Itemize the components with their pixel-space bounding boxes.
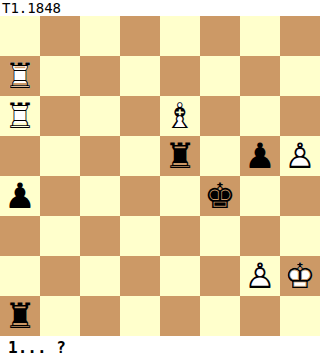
- square-e5[interactable]: ♜: [160, 136, 200, 176]
- white-rook-glyph: ♖: [0, 96, 40, 136]
- square-e7[interactable]: [160, 56, 200, 96]
- square-d2[interactable]: [120, 256, 160, 296]
- white-king-h2[interactable]: ♚♔: [280, 256, 320, 296]
- square-d5[interactable]: [120, 136, 160, 176]
- square-g4[interactable]: [240, 176, 280, 216]
- square-c3[interactable]: [80, 216, 120, 256]
- square-h3[interactable]: [280, 216, 320, 256]
- square-g2[interactable]: ♟♙: [240, 256, 280, 296]
- white-pawn-g2[interactable]: ♟♙: [240, 256, 280, 296]
- square-d7[interactable]: [120, 56, 160, 96]
- chess-board: ♜♖♜♖♝♗♜♟♟♙♟♚♟♙♚♔♜: [0, 16, 320, 336]
- square-f7[interactable]: [200, 56, 240, 96]
- square-f3[interactable]: [200, 216, 240, 256]
- square-h4[interactable]: [280, 176, 320, 216]
- black-pawn-g5[interactable]: ♟: [240, 136, 280, 176]
- black-king-f4[interactable]: ♚: [200, 176, 240, 216]
- square-g1[interactable]: [240, 296, 280, 336]
- square-f8[interactable]: [200, 16, 240, 56]
- white-rook-glyph: ♖: [0, 56, 40, 96]
- square-b8[interactable]: [40, 16, 80, 56]
- black-pawn-a4[interactable]: ♟: [0, 176, 40, 216]
- square-e4[interactable]: [160, 176, 200, 216]
- square-g3[interactable]: [240, 216, 280, 256]
- square-f6[interactable]: [200, 96, 240, 136]
- square-e8[interactable]: [160, 16, 200, 56]
- square-h7[interactable]: [280, 56, 320, 96]
- square-a3[interactable]: [0, 216, 40, 256]
- white-bishop-e6[interactable]: ♝♗: [160, 96, 200, 136]
- white-pawn-glyph: ♙: [240, 256, 280, 296]
- square-a1[interactable]: ♜: [0, 296, 40, 336]
- square-g8[interactable]: [240, 16, 280, 56]
- square-c1[interactable]: [80, 296, 120, 336]
- square-e1[interactable]: [160, 296, 200, 336]
- square-c8[interactable]: [80, 16, 120, 56]
- black-rook-e5[interactable]: ♜: [160, 136, 200, 176]
- square-f1[interactable]: [200, 296, 240, 336]
- square-a8[interactable]: [0, 16, 40, 56]
- square-d1[interactable]: [120, 296, 160, 336]
- square-d3[interactable]: [120, 216, 160, 256]
- square-c5[interactable]: [80, 136, 120, 176]
- square-g6[interactable]: [240, 96, 280, 136]
- square-h1[interactable]: [280, 296, 320, 336]
- square-b5[interactable]: [40, 136, 80, 176]
- white-pawn-h5[interactable]: ♟♙: [280, 136, 320, 176]
- square-c7[interactable]: [80, 56, 120, 96]
- square-b3[interactable]: [40, 216, 80, 256]
- square-c4[interactable]: [80, 176, 120, 216]
- square-e6[interactable]: ♝♗: [160, 96, 200, 136]
- square-c6[interactable]: [80, 96, 120, 136]
- square-f4[interactable]: ♚: [200, 176, 240, 216]
- square-h8[interactable]: [280, 16, 320, 56]
- square-h6[interactable]: [280, 96, 320, 136]
- square-a5[interactable]: [0, 136, 40, 176]
- square-b1[interactable]: [40, 296, 80, 336]
- square-f5[interactable]: [200, 136, 240, 176]
- white-king-glyph: ♔: [280, 256, 320, 296]
- white-rook-a7[interactable]: ♜♖: [0, 56, 40, 96]
- black-rook-a1[interactable]: ♜: [0, 296, 40, 336]
- square-d4[interactable]: [120, 176, 160, 216]
- square-g5[interactable]: ♟: [240, 136, 280, 176]
- square-g7[interactable]: [240, 56, 280, 96]
- square-b4[interactable]: [40, 176, 80, 216]
- square-a6[interactable]: ♜♖: [0, 96, 40, 136]
- white-bishop-glyph: ♗: [160, 96, 200, 136]
- move-prompt: 1... ?: [0, 336, 320, 360]
- square-f2[interactable]: [200, 256, 240, 296]
- square-e2[interactable]: [160, 256, 200, 296]
- white-rook-a6[interactable]: ♜♖: [0, 96, 40, 136]
- square-a7[interactable]: ♜♖: [0, 56, 40, 96]
- diagram-title: T1.1848: [0, 0, 320, 16]
- square-e3[interactable]: [160, 216, 200, 256]
- square-d8[interactable]: [120, 16, 160, 56]
- white-pawn-glyph: ♙: [280, 136, 320, 176]
- square-a4[interactable]: ♟: [0, 176, 40, 216]
- square-b7[interactable]: [40, 56, 80, 96]
- square-b6[interactable]: [40, 96, 80, 136]
- square-c2[interactable]: [80, 256, 120, 296]
- square-h5[interactable]: ♟♙: [280, 136, 320, 176]
- square-h2[interactable]: ♚♔: [280, 256, 320, 296]
- square-b2[interactable]: [40, 256, 80, 296]
- square-d6[interactable]: [120, 96, 160, 136]
- square-a2[interactable]: [0, 256, 40, 296]
